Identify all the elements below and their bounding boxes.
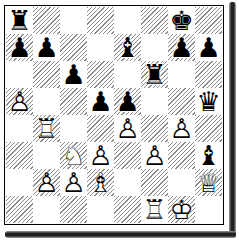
square-d5[interactable]: ♟ bbox=[87, 88, 114, 115]
black-bishop: ♝ bbox=[114, 34, 141, 61]
square-b2[interactable]: ♟♙ bbox=[33, 169, 60, 196]
square-e7[interactable]: ♝ bbox=[114, 34, 141, 61]
chess-diagram: ♜♚♟♟♝♟♟♟♜♟♙♟♟♛♜♖♟♙♟♙♞♘♟♙♟♙♝♟♙♟♙♝♗♛♕♜♖♚♔ bbox=[0, 0, 239, 244]
square-h1[interactable] bbox=[195, 196, 222, 223]
white-pawn: ♙ bbox=[33, 169, 60, 196]
square-c7[interactable] bbox=[60, 34, 87, 61]
white-pawn-fill: ♟ bbox=[141, 142, 168, 169]
square-a8[interactable]: ♜ bbox=[6, 7, 33, 34]
white-pawn-fill: ♟ bbox=[33, 169, 60, 196]
white-pawn: ♙ bbox=[141, 142, 168, 169]
black-bishop: ♝ bbox=[195, 142, 222, 169]
square-e8[interactable] bbox=[114, 7, 141, 34]
square-e1[interactable] bbox=[114, 196, 141, 223]
square-f4[interactable] bbox=[141, 115, 168, 142]
black-pawn: ♟ bbox=[114, 88, 141, 115]
square-f5[interactable] bbox=[141, 88, 168, 115]
square-c1[interactable] bbox=[60, 196, 87, 223]
black-pawn: ♟ bbox=[195, 34, 222, 61]
black-pawn: ♟ bbox=[87, 88, 114, 115]
square-f1[interactable]: ♜♖ bbox=[141, 196, 168, 223]
black-pawn: ♟ bbox=[168, 34, 195, 61]
square-h3[interactable]: ♝ bbox=[195, 142, 222, 169]
white-bishop: ♗ bbox=[87, 169, 114, 196]
black-pawn: ♟ bbox=[33, 34, 60, 61]
square-e3[interactable] bbox=[114, 142, 141, 169]
square-d7[interactable] bbox=[87, 34, 114, 61]
square-d3[interactable]: ♟♙ bbox=[87, 142, 114, 169]
square-d6[interactable] bbox=[87, 61, 114, 88]
black-pawn: ♟ bbox=[60, 61, 87, 88]
square-h5[interactable]: ♛ bbox=[195, 88, 222, 115]
square-g5[interactable] bbox=[168, 88, 195, 115]
square-b5[interactable] bbox=[33, 88, 60, 115]
square-a6[interactable] bbox=[6, 61, 33, 88]
white-knight: ♘ bbox=[60, 142, 87, 169]
square-h8[interactable] bbox=[195, 7, 222, 34]
square-f8[interactable] bbox=[141, 7, 168, 34]
white-bishop-fill: ♝ bbox=[87, 169, 114, 196]
chess-board: ♜♚♟♟♝♟♟♟♜♟♙♟♟♛♜♖♟♙♟♙♞♘♟♙♟♙♝♟♙♟♙♝♗♛♕♜♖♚♔ bbox=[6, 7, 222, 223]
square-a1[interactable] bbox=[6, 196, 33, 223]
card-shadow-bottom bbox=[5, 231, 236, 238]
card-shadow-right bbox=[229, 2, 236, 238]
white-king: ♔ bbox=[168, 196, 195, 223]
square-d1[interactable] bbox=[87, 196, 114, 223]
square-g7[interactable]: ♟ bbox=[168, 34, 195, 61]
square-f6[interactable]: ♜ bbox=[141, 61, 168, 88]
square-c8[interactable] bbox=[60, 7, 87, 34]
black-rook: ♜ bbox=[141, 61, 168, 88]
black-king: ♚ bbox=[168, 7, 195, 34]
black-pawn: ♟ bbox=[6, 34, 33, 61]
square-c6[interactable]: ♟ bbox=[60, 61, 87, 88]
square-a2[interactable] bbox=[6, 169, 33, 196]
square-h4[interactable] bbox=[195, 115, 222, 142]
square-c5[interactable] bbox=[60, 88, 87, 115]
white-queen-fill: ♛ bbox=[195, 169, 222, 196]
square-b8[interactable] bbox=[33, 7, 60, 34]
white-queen: ♕ bbox=[195, 169, 222, 196]
square-b6[interactable] bbox=[33, 61, 60, 88]
square-c2[interactable]: ♟♙ bbox=[60, 169, 87, 196]
square-e4[interactable]: ♟♙ bbox=[114, 115, 141, 142]
square-g6[interactable] bbox=[168, 61, 195, 88]
white-pawn: ♙ bbox=[6, 88, 33, 115]
square-f3[interactable]: ♟♙ bbox=[141, 142, 168, 169]
square-a7[interactable]: ♟ bbox=[6, 34, 33, 61]
white-king-fill: ♚ bbox=[168, 196, 195, 223]
square-e5[interactable]: ♟ bbox=[114, 88, 141, 115]
white-rook-fill: ♜ bbox=[141, 196, 168, 223]
square-f7[interactable] bbox=[141, 34, 168, 61]
square-g4[interactable]: ♟♙ bbox=[168, 115, 195, 142]
square-e6[interactable] bbox=[114, 61, 141, 88]
square-h6[interactable] bbox=[195, 61, 222, 88]
square-d2[interactable]: ♝♗ bbox=[87, 169, 114, 196]
white-rook: ♖ bbox=[141, 196, 168, 223]
square-b7[interactable]: ♟ bbox=[33, 34, 60, 61]
white-pawn: ♙ bbox=[60, 169, 87, 196]
black-queen: ♛ bbox=[195, 88, 222, 115]
square-c4[interactable] bbox=[60, 115, 87, 142]
white-rook: ♖ bbox=[33, 115, 60, 142]
white-pawn-fill: ♟ bbox=[60, 169, 87, 196]
square-d8[interactable] bbox=[87, 7, 114, 34]
white-pawn-fill: ♟ bbox=[6, 88, 33, 115]
square-b3[interactable] bbox=[33, 142, 60, 169]
square-g3[interactable] bbox=[168, 142, 195, 169]
chess-board-frame: ♜♚♟♟♝♟♟♟♜♟♙♟♟♛♜♖♟♙♟♙♞♘♟♙♟♙♝♟♙♟♙♝♗♛♕♜♖♚♔ bbox=[4, 5, 224, 225]
square-d4[interactable] bbox=[87, 115, 114, 142]
white-pawn: ♙ bbox=[168, 115, 195, 142]
square-h7[interactable]: ♟ bbox=[195, 34, 222, 61]
square-g8[interactable]: ♚ bbox=[168, 7, 195, 34]
square-h2[interactable]: ♛♕ bbox=[195, 169, 222, 196]
square-g2[interactable] bbox=[168, 169, 195, 196]
square-f2[interactable] bbox=[141, 169, 168, 196]
white-pawn-fill: ♟ bbox=[87, 142, 114, 169]
square-a3[interactable] bbox=[6, 142, 33, 169]
square-e2[interactable] bbox=[114, 169, 141, 196]
square-b4[interactable]: ♜♖ bbox=[33, 115, 60, 142]
square-b1[interactable] bbox=[33, 196, 60, 223]
white-pawn-fill: ♟ bbox=[168, 115, 195, 142]
black-rook: ♜ bbox=[6, 7, 33, 34]
white-knight-fill: ♞ bbox=[60, 142, 87, 169]
square-g1[interactable]: ♚♔ bbox=[168, 196, 195, 223]
white-pawn: ♙ bbox=[87, 142, 114, 169]
square-a5[interactable]: ♟♙ bbox=[6, 88, 33, 115]
square-a4[interactable] bbox=[6, 115, 33, 142]
white-pawn-fill: ♟ bbox=[114, 115, 141, 142]
white-pawn: ♙ bbox=[114, 115, 141, 142]
square-c3[interactable]: ♞♘ bbox=[60, 142, 87, 169]
white-rook-fill: ♜ bbox=[33, 115, 60, 142]
